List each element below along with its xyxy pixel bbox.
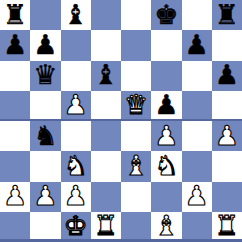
square-a2[interactable]: ♟ bbox=[0, 182, 30, 212]
black-rook-icon[interactable]: ♜ bbox=[3, 1, 27, 28]
square-a8[interactable]: ♜ bbox=[0, 0, 30, 30]
square-e4[interactable] bbox=[121, 121, 151, 151]
square-b6[interactable]: ♛ bbox=[30, 61, 60, 91]
square-f1[interactable]: ♝ bbox=[151, 212, 181, 242]
white-pawn-icon[interactable]: ♟ bbox=[185, 182, 209, 209]
square-a6[interactable] bbox=[0, 61, 30, 91]
square-g8[interactable] bbox=[182, 0, 212, 30]
chess-board: ♜♝♚♜♟♟♟♛♝♟♟♛♟♞♟♟♞♝♞♟♟♟♟♚♜♝♜ bbox=[0, 0, 242, 242]
white-pawn-icon[interactable]: ♟ bbox=[3, 182, 27, 209]
white-queen-icon[interactable]: ♛ bbox=[124, 91, 148, 118]
square-c5[interactable]: ♟ bbox=[61, 91, 91, 121]
square-g4[interactable] bbox=[182, 121, 212, 151]
square-a7[interactable]: ♟ bbox=[0, 30, 30, 60]
square-h7[interactable] bbox=[212, 30, 242, 60]
square-b4[interactable]: ♞ bbox=[30, 121, 60, 151]
black-queen-icon[interactable]: ♛ bbox=[33, 61, 57, 88]
square-g1[interactable] bbox=[182, 212, 212, 242]
black-rook-icon[interactable]: ♜ bbox=[215, 1, 239, 28]
black-bishop-icon[interactable]: ♝ bbox=[64, 1, 88, 28]
black-pawn-icon[interactable]: ♟ bbox=[3, 31, 27, 58]
white-pawn-icon[interactable]: ♟ bbox=[215, 122, 239, 149]
square-h4[interactable]: ♟ bbox=[212, 121, 242, 151]
white-pawn-icon[interactable]: ♟ bbox=[64, 91, 88, 118]
square-b7[interactable]: ♟ bbox=[30, 30, 60, 60]
square-h5[interactable] bbox=[212, 91, 242, 121]
square-g2[interactable]: ♟ bbox=[182, 182, 212, 212]
square-g5[interactable] bbox=[182, 91, 212, 121]
square-b3[interactable] bbox=[30, 151, 60, 181]
square-d2[interactable] bbox=[91, 182, 121, 212]
square-c8[interactable]: ♝ bbox=[61, 0, 91, 30]
black-pawn-icon[interactable]: ♟ bbox=[33, 31, 57, 58]
square-a1[interactable] bbox=[0, 212, 30, 242]
square-a5[interactable] bbox=[0, 91, 30, 121]
square-e6[interactable] bbox=[121, 61, 151, 91]
square-a3[interactable] bbox=[0, 151, 30, 181]
square-c6[interactable] bbox=[61, 61, 91, 91]
square-d1[interactable]: ♜ bbox=[91, 212, 121, 242]
square-f2[interactable] bbox=[151, 182, 181, 212]
square-g6[interactable] bbox=[182, 61, 212, 91]
black-pawn-icon[interactable]: ♟ bbox=[185, 31, 209, 58]
board-grid: ♜♝♚♜♟♟♟♛♝♟♟♛♟♞♟♟♞♝♞♟♟♟♟♚♜♝♜ bbox=[0, 0, 242, 242]
square-e2[interactable] bbox=[121, 182, 151, 212]
white-pawn-icon[interactable]: ♟ bbox=[154, 122, 178, 149]
square-b5[interactable] bbox=[30, 91, 60, 121]
black-king-icon[interactable]: ♚ bbox=[154, 1, 178, 28]
square-h6[interactable]: ♟ bbox=[212, 61, 242, 91]
square-c4[interactable] bbox=[61, 121, 91, 151]
square-c2[interactable]: ♟ bbox=[61, 182, 91, 212]
square-c1[interactable]: ♚ bbox=[61, 212, 91, 242]
white-knight-icon[interactable]: ♞ bbox=[154, 152, 178, 179]
square-f4[interactable]: ♟ bbox=[151, 121, 181, 151]
square-c3[interactable]: ♞ bbox=[61, 151, 91, 181]
black-pawn-icon[interactable]: ♟ bbox=[154, 91, 178, 118]
square-h1[interactable]: ♜ bbox=[212, 212, 242, 242]
square-f3[interactable]: ♞ bbox=[151, 151, 181, 181]
square-d6[interactable]: ♝ bbox=[91, 61, 121, 91]
white-pawn-icon[interactable]: ♟ bbox=[64, 182, 88, 209]
square-h8[interactable]: ♜ bbox=[212, 0, 242, 30]
black-knight-icon[interactable]: ♞ bbox=[33, 122, 57, 149]
square-e5[interactable]: ♛ bbox=[121, 91, 151, 121]
square-e3[interactable]: ♝ bbox=[121, 151, 151, 181]
square-e7[interactable] bbox=[121, 30, 151, 60]
square-d7[interactable] bbox=[91, 30, 121, 60]
square-c7[interactable] bbox=[61, 30, 91, 60]
white-rook-icon[interactable]: ♜ bbox=[215, 212, 239, 239]
square-e1[interactable] bbox=[121, 212, 151, 242]
square-g7[interactable]: ♟ bbox=[182, 30, 212, 60]
white-rook-icon[interactable]: ♜ bbox=[94, 212, 118, 239]
square-e8[interactable] bbox=[121, 0, 151, 30]
square-b2[interactable]: ♟ bbox=[30, 182, 60, 212]
square-h3[interactable] bbox=[212, 151, 242, 181]
square-f6[interactable] bbox=[151, 61, 181, 91]
square-b1[interactable] bbox=[30, 212, 60, 242]
square-d5[interactable] bbox=[91, 91, 121, 121]
black-bishop-icon[interactable]: ♝ bbox=[94, 61, 118, 88]
square-g3[interactable] bbox=[182, 151, 212, 181]
square-f7[interactable] bbox=[151, 30, 181, 60]
white-pawn-icon[interactable]: ♟ bbox=[33, 182, 57, 209]
square-b8[interactable] bbox=[30, 0, 60, 30]
white-king-icon[interactable]: ♚ bbox=[64, 212, 88, 239]
square-d3[interactable] bbox=[91, 151, 121, 181]
square-f8[interactable]: ♚ bbox=[151, 0, 181, 30]
white-knight-icon[interactable]: ♞ bbox=[64, 152, 88, 179]
white-bishop-icon[interactable]: ♝ bbox=[124, 152, 148, 179]
black-pawn-icon[interactable]: ♟ bbox=[215, 61, 239, 88]
white-bishop-icon[interactable]: ♝ bbox=[154, 212, 178, 239]
square-d8[interactable] bbox=[91, 0, 121, 30]
square-h2[interactable] bbox=[212, 182, 242, 212]
square-a4[interactable] bbox=[0, 121, 30, 151]
square-d4[interactable] bbox=[91, 121, 121, 151]
square-f5[interactable]: ♟ bbox=[151, 91, 181, 121]
